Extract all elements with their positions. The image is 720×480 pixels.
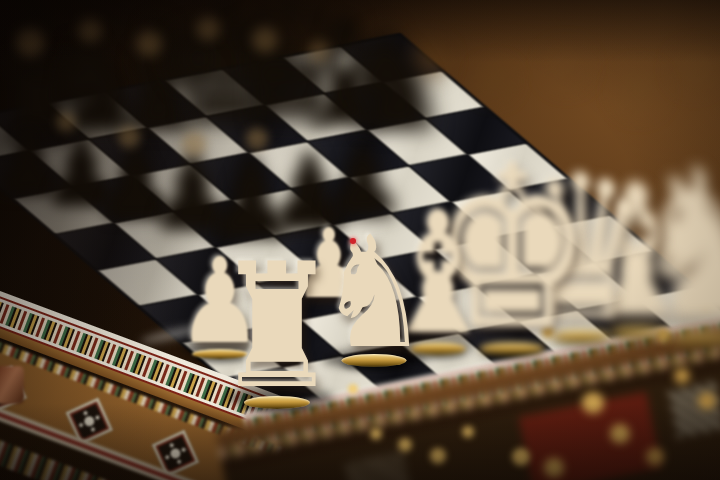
gold-bokeh: [544, 458, 564, 478]
gold-bokeh: [646, 448, 664, 466]
bokeh-light: [308, 40, 330, 62]
checker-medallion: [668, 381, 720, 438]
gold-bokeh: [370, 428, 382, 440]
gold-bokeh: [398, 438, 412, 452]
bokeh-light: [16, 28, 44, 56]
gold-bokeh: [610, 424, 630, 444]
bokeh-light: [182, 132, 206, 156]
gold-base-ring: [244, 396, 310, 409]
bokeh-light: [118, 126, 140, 148]
checker-medallion: [344, 451, 411, 480]
white-rook-h1: ♜: [218, 230, 336, 406]
gold-bokeh: [462, 426, 474, 438]
gold-bokeh: [348, 384, 358, 394]
knight-red-eye: [350, 238, 356, 244]
gold-bokeh: [582, 392, 604, 414]
gold-bokeh: [674, 368, 690, 384]
gold-base-ring: [342, 354, 407, 367]
bokeh-light: [78, 18, 102, 42]
bokeh-light: [252, 26, 278, 52]
brass-hinge: [0, 366, 24, 404]
bokeh-light: [56, 112, 76, 132]
bokeh-light: [246, 128, 268, 150]
bokeh-light: [196, 16, 220, 40]
gold-bokeh: [430, 448, 446, 464]
gold-bokeh: [698, 392, 716, 410]
rook-glyph: ♜: [215, 248, 338, 406]
bokeh-light: [136, 30, 162, 56]
chess-photo-scene: ♜ ♞ ♝ ♚ ♛ ♝ ♞ ♟ ♟ ♟ ♟ ♟ ♟ ♟: [0, 0, 720, 480]
gold-bokeh: [512, 448, 530, 466]
